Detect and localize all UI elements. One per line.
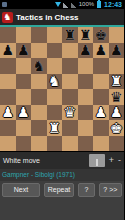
chess-board[interactable]: ♜♜♚♟♟♟♟♟♞♞♜♛♟♟♛♟♟♜♚ — [0, 27, 124, 151]
move-bar: White move + - — [0, 151, 124, 169]
square-a8[interactable] — [0, 27, 16, 43]
square-g4[interactable] — [93, 89, 109, 105]
square-d5[interactable]: ♞ — [47, 74, 63, 90]
signal-icon — [63, 2, 69, 8]
square-d3[interactable] — [47, 105, 63, 121]
square-g8[interactable]: ♚ — [93, 27, 109, 43]
square-e1[interactable] — [62, 136, 78, 152]
square-d7[interactable] — [47, 43, 63, 59]
square-g7[interactable]: ♟ — [93, 43, 109, 59]
square-e2[interactable] — [62, 120, 78, 136]
increase-button[interactable]: + — [109, 154, 114, 167]
battery-icon — [97, 1, 101, 8]
square-e5[interactable] — [62, 74, 78, 90]
square-h2[interactable]: ♚ — [109, 120, 125, 136]
piece-bP-f7[interactable]: ♟ — [79, 43, 92, 57]
piece-wP-g3[interactable]: ♟ — [94, 105, 107, 119]
square-b1[interactable] — [16, 136, 32, 152]
next-button[interactable]: Next — [2, 183, 40, 197]
piece-wK-h2[interactable]: ♚ — [110, 121, 123, 135]
square-f4[interactable] — [78, 89, 94, 105]
square-f5[interactable] — [78, 74, 94, 90]
square-f1[interactable] — [78, 136, 94, 152]
hint-button[interactable]: ? — [78, 183, 95, 197]
signal-icon-secondary — [71, 2, 77, 8]
square-g1[interactable] — [93, 136, 109, 152]
puzzle-source-caption: Gampner - Sibolgi (1971) — [0, 169, 124, 181]
square-d4[interactable] — [47, 89, 63, 105]
piece-bR-e8[interactable]: ♜ — [63, 28, 76, 42]
piece-wN-d5[interactable]: ♞ — [48, 74, 61, 88]
side-to-move-label: White move — [3, 157, 89, 164]
square-a1[interactable] — [0, 136, 16, 152]
square-b2[interactable] — [16, 120, 32, 136]
title-bar: ♞ Tactics in Chess — [0, 9, 124, 27]
square-h8[interactable] — [109, 27, 125, 43]
board-size-button[interactable] — [89, 154, 105, 167]
square-d8[interactable] — [47, 27, 63, 43]
square-d6[interactable] — [47, 58, 63, 74]
square-e3[interactable]: ♛ — [62, 105, 78, 121]
square-h6[interactable] — [109, 58, 125, 74]
piece-wP-a3[interactable]: ♟ — [1, 105, 14, 119]
piece-bP-a7[interactable]: ♟ — [1, 43, 14, 57]
piece-bR-f8[interactable]: ♜ — [79, 28, 92, 42]
square-g3[interactable]: ♟ — [93, 105, 109, 121]
square-d2[interactable]: ♜ — [47, 120, 63, 136]
square-f8[interactable]: ♜ — [78, 27, 94, 43]
square-e6[interactable] — [62, 58, 78, 74]
app-title: Tactics in Chess — [16, 13, 79, 22]
square-a3[interactable]: ♟ — [0, 105, 16, 121]
square-h1[interactable] — [109, 136, 125, 152]
square-e8[interactable]: ♜ — [62, 27, 78, 43]
square-e4[interactable] — [62, 89, 78, 105]
chess-app-icon: ♞ — [2, 12, 13, 23]
square-f6[interactable] — [78, 58, 94, 74]
square-c3[interactable] — [31, 105, 47, 121]
battery-percent: 100% — [79, 0, 94, 9]
repeat-button[interactable]: Repeat — [44, 183, 74, 197]
piece-wP-b3[interactable]: ♟ — [17, 105, 30, 119]
square-b4[interactable] — [16, 89, 32, 105]
square-f2[interactable] — [78, 120, 94, 136]
piece-bP-g7[interactable]: ♟ — [94, 43, 107, 57]
square-b8[interactable] — [16, 27, 32, 43]
square-c1[interactable] — [31, 136, 47, 152]
piece-bQ-h4[interactable]: ♛ — [110, 90, 123, 104]
square-f3[interactable] — [78, 105, 94, 121]
square-b3[interactable]: ♟ — [16, 105, 32, 121]
wifi-icon — [55, 2, 61, 7]
status-bar: 100% 12:43 — [0, 0, 124, 9]
square-b5[interactable] — [16, 74, 32, 90]
status-time: 12:43 — [104, 0, 122, 9]
square-c5[interactable] — [31, 74, 47, 90]
piece-wQ-e3[interactable]: ♛ — [63, 105, 76, 119]
piece-wR-h5[interactable]: ♜ — [110, 74, 123, 88]
solution-button[interactable]: ? >> — [99, 183, 122, 197]
bottom-background — [0, 198, 124, 220]
square-a4[interactable] — [0, 89, 16, 105]
square-c6[interactable]: ♞ — [31, 58, 47, 74]
piece-bK-g8[interactable]: ♚ — [94, 28, 107, 42]
square-g5[interactable] — [93, 74, 109, 90]
piece-bN-c6[interactable]: ♞ — [32, 59, 45, 73]
decrease-button[interactable]: - — [118, 154, 121, 167]
square-c7[interactable] — [31, 43, 47, 59]
square-a7[interactable]: ♟ — [0, 43, 16, 59]
square-a5[interactable] — [0, 74, 16, 90]
piece-wR-d2[interactable]: ♜ — [48, 121, 61, 135]
control-button-row: Next Repeat ? ? >> — [0, 181, 124, 198]
square-g2[interactable] — [93, 120, 109, 136]
square-g6[interactable] — [93, 58, 109, 74]
square-f7[interactable]: ♟ — [78, 43, 94, 59]
square-a2[interactable] — [0, 120, 16, 136]
notification-icon — [2, 2, 7, 7]
square-a6[interactable] — [0, 58, 16, 74]
piece-bP-h7[interactable]: ♟ — [110, 43, 123, 57]
square-c4[interactable] — [31, 89, 47, 105]
square-d1[interactable] — [47, 136, 63, 152]
square-h4[interactable]: ♛ — [109, 89, 125, 105]
square-h5[interactable]: ♜ — [109, 74, 125, 90]
square-e7[interactable] — [62, 43, 78, 59]
piece-wP-h3[interactable]: ♟ — [110, 105, 123, 119]
square-h7[interactable]: ♟ — [109, 43, 125, 59]
square-b7[interactable]: ♟ — [16, 43, 32, 59]
square-c8[interactable] — [31, 27, 47, 43]
board-size-button-mark — [96, 159, 98, 166]
square-c2[interactable] — [31, 120, 47, 136]
square-h3[interactable]: ♟ — [109, 105, 125, 121]
square-b6[interactable] — [16, 58, 32, 74]
piece-bP-b7[interactable]: ♟ — [17, 43, 30, 57]
